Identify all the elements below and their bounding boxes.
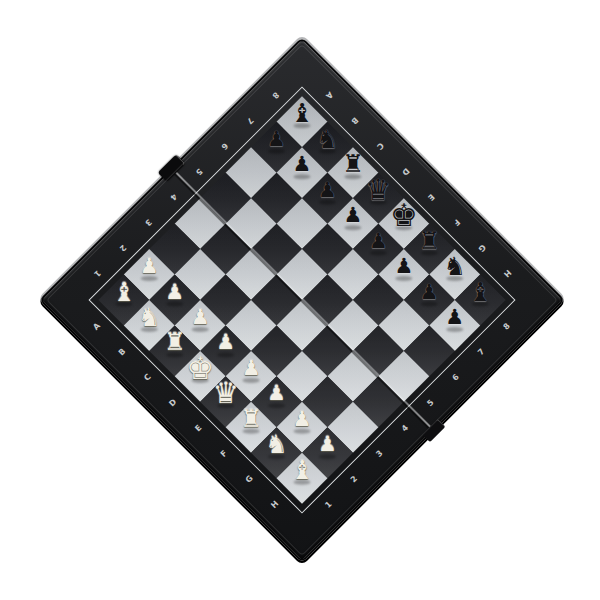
file-label-bottom-e: E [187,417,210,440]
file-label-bottom-h: H [264,494,287,517]
rank-label-left-7: 7 [238,109,261,132]
rank-label-left-6: 6 [213,135,236,158]
rank-label-right-6: 6 [445,366,468,389]
file-label-top-h: H [496,262,519,285]
rank-label-left-1: 1 [86,262,109,285]
rank-label-right-5: 5 [419,392,442,415]
file-label-top-g: G [470,236,493,259]
file-label-bottom-a: A [86,316,109,339]
file-label-top-c: C [368,135,391,158]
rank-label-right-3: 3 [368,443,391,466]
file-label-bottom-g: G [238,468,261,491]
rank-label-right-8: 8 [496,316,519,339]
file-label-top-d: D [394,160,417,183]
file-label-top-b: B [343,109,366,132]
file-label-bottom-f: F [213,443,236,466]
rank-label-right-1: 1 [318,494,341,517]
rank-label-right-4: 4 [394,417,417,440]
file-label-top-f: F [445,211,468,234]
chess-board: ♝♞♜♛♚♜♞♝♟♟♟♟♟♟♟♟♟♟♟♟♟♟♟♟♝♞♜♚♛♜♞♝ 8765432… [39,37,565,563]
file-label-top-a: A [318,84,341,107]
rank-label-left-4: 4 [162,185,185,208]
file-label-bottom-d: D [162,392,185,415]
rank-label-right-2: 2 [343,468,366,491]
rank-label-left-2: 2 [111,236,134,259]
product-photo: ♝♞♜♛♚♜♞♝♟♟♟♟♟♟♟♟♟♟♟♟♟♟♟♟♝♞♜♚♛♜♞♝ 8765432… [0,0,600,600]
rank-label-left-5: 5 [187,160,210,183]
file-label-top-e: E [419,185,442,208]
rank-label-left-8: 8 [264,84,287,107]
rank-label-right-7: 7 [470,341,493,364]
file-label-bottom-c: C [137,366,160,389]
file-label-bottom-b: B [111,341,134,364]
rank-label-left-3: 3 [137,211,160,234]
